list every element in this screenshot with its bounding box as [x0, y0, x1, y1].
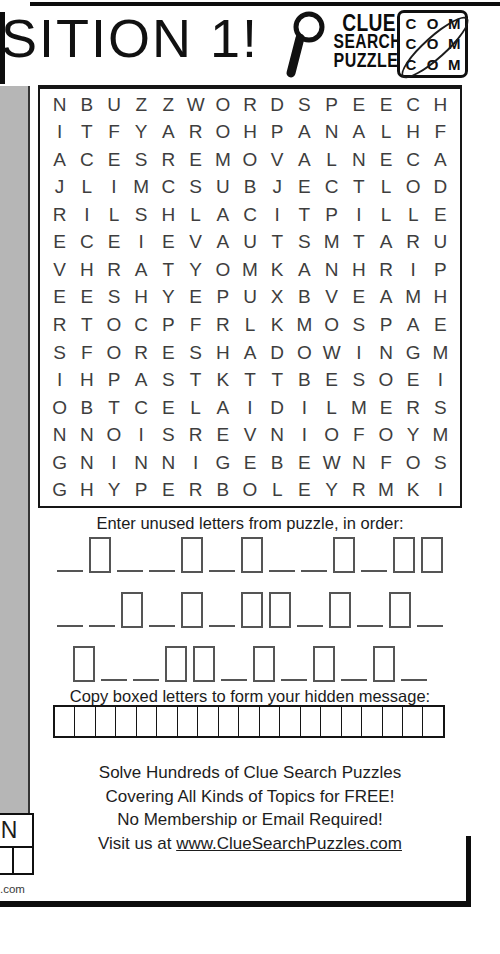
grid-cell[interactable]: T: [100, 394, 127, 422]
hidden-message-cell[interactable]: [280, 707, 300, 736]
grid-cell[interactable]: A: [291, 146, 318, 174]
grid-cell[interactable]: H: [345, 256, 372, 284]
grid-cell[interactable]: C: [73, 229, 100, 257]
grid-cell[interactable]: P: [209, 284, 236, 312]
unused-letters-row-3: [38, 645, 462, 682]
boxed-letter-slot[interactable]: [421, 537, 443, 573]
grid-cell[interactable]: E: [291, 449, 318, 477]
grid-cell[interactable]: I: [291, 394, 318, 422]
grid-cell[interactable]: L: [73, 174, 100, 202]
grid-cell[interactable]: A: [128, 256, 155, 284]
blank-letter-slot[interactable]: [301, 570, 327, 572]
grid-cell[interactable]: P: [372, 311, 399, 339]
grid-cell[interactable]: L: [372, 174, 399, 202]
grid-cell[interactable]: R: [182, 119, 209, 147]
grid-cell[interactable]: K: [400, 476, 427, 504]
grid-cell[interactable]: O: [400, 449, 427, 477]
grid-cell[interactable]: N: [46, 421, 73, 449]
grid-cell[interactable]: P: [427, 256, 454, 284]
grid-cell[interactable]: Y: [128, 119, 155, 147]
grid-cell[interactable]: C: [236, 201, 263, 229]
grid-cell[interactable]: K: [209, 366, 236, 394]
grid-cell[interactable]: N: [73, 421, 100, 449]
grid-cell[interactable]: O: [209, 119, 236, 147]
grid-cell[interactable]: L: [372, 201, 399, 229]
grid-cell[interactable]: G: [209, 449, 236, 477]
grid-cell[interactable]: T: [155, 256, 182, 284]
grid-cell[interactable]: F: [182, 311, 209, 339]
hidden-message-cell[interactable]: [342, 707, 362, 736]
grid-cell[interactable]: E: [100, 229, 127, 257]
grid-cell[interactable]: I: [46, 366, 73, 394]
hidden-message-cell[interactable]: [260, 707, 280, 736]
grid-cell[interactable]: O: [236, 476, 263, 504]
grid-cell[interactable]: T: [264, 366, 291, 394]
grid-cell[interactable]: I: [427, 476, 454, 504]
grid-cell[interactable]: S: [427, 394, 454, 422]
grid-cell[interactable]: A: [209, 201, 236, 229]
grid-cell[interactable]: A: [209, 394, 236, 422]
logo-wordmark: CLUE SEARCH PUZZLES.: [334, 12, 396, 71]
grid-cell[interactable]: Z: [155, 91, 182, 119]
grid-cell[interactable]: I: [46, 119, 73, 147]
grid-cell[interactable]: R: [46, 201, 73, 229]
grid-cell[interactable]: I: [345, 339, 372, 367]
boxed-letter-slot[interactable]: [389, 592, 411, 628]
grid-cell[interactable]: J: [264, 174, 291, 202]
grid-cell[interactable]: M: [400, 284, 427, 312]
grid-cell[interactable]: L: [236, 311, 263, 339]
grid-cell[interactable]: L: [318, 146, 345, 174]
grid-cell[interactable]: F: [427, 119, 454, 147]
boxed-letter-slot[interactable]: [393, 537, 415, 573]
grid-cell[interactable]: I: [128, 229, 155, 257]
grid-cell[interactable]: H: [427, 284, 454, 312]
grid-cell[interactable]: J: [46, 174, 73, 202]
grid-cell[interactable]: R: [128, 339, 155, 367]
grid-cell[interactable]: E: [46, 284, 73, 312]
blank-letter-slot[interactable]: [341, 679, 367, 681]
grid-cell[interactable]: I: [73, 201, 100, 229]
grid-cell[interactable]: N: [46, 91, 73, 119]
grid-cell[interactable]: A: [427, 146, 454, 174]
page-title: SITION 1!: [1, 11, 259, 65]
grid-cell[interactable]: A: [155, 119, 182, 147]
grid-cell[interactable]: U: [100, 91, 127, 119]
grid-cell[interactable]: S: [128, 201, 155, 229]
boxed-letter-slot[interactable]: [121, 592, 143, 628]
grid-cell[interactable]: I: [236, 394, 263, 422]
grid-cell[interactable]: N: [345, 146, 372, 174]
grid-cell[interactable]: E: [155, 339, 182, 367]
grid-cell[interactable]: V: [318, 284, 345, 312]
grid-cell[interactable]: F: [73, 339, 100, 367]
grid-cell[interactable]: U: [236, 229, 263, 257]
grid-cell[interactable]: H: [155, 201, 182, 229]
grid-cell[interactable]: M: [209, 146, 236, 174]
grid-cell[interactable]: O: [372, 421, 399, 449]
boxed-letter-slot[interactable]: [373, 646, 395, 682]
grid-cell[interactable]: O: [318, 311, 345, 339]
grid-cell[interactable]: P: [128, 476, 155, 504]
grid-cell[interactable]: Y: [182, 256, 209, 284]
grid-cell[interactable]: E: [209, 421, 236, 449]
grid-cell[interactable]: H: [209, 339, 236, 367]
logo-com-letter: M: [443, 54, 465, 75]
grid-cell[interactable]: N: [73, 449, 100, 477]
grid-cell[interactable]: O: [46, 394, 73, 422]
grid-cell[interactable]: M: [128, 174, 155, 202]
logo-line-search: SEARCH: [334, 33, 396, 50]
grid-cell[interactable]: M: [372, 476, 399, 504]
grid-cell[interactable]: T: [73, 311, 100, 339]
blank-letter-slot[interactable]: [89, 625, 115, 627]
grid-cell[interactable]: A: [209, 229, 236, 257]
grid-cell[interactable]: L: [318, 394, 345, 422]
grid-cell[interactable]: A: [372, 284, 399, 312]
grid-cell[interactable]: A: [291, 256, 318, 284]
grid-cell[interactable]: E: [372, 146, 399, 174]
grid-cell[interactable]: V: [264, 146, 291, 174]
grid-cell[interactable]: L: [372, 119, 399, 147]
logo-com-letter: C: [400, 13, 422, 34]
hidden-message-cell[interactable]: [116, 707, 136, 736]
grid-cell[interactable]: C: [318, 174, 345, 202]
grid-cell[interactable]: O: [318, 421, 345, 449]
boxed-letter-slot[interactable]: [329, 592, 351, 628]
grid-cell[interactable]: T: [182, 366, 209, 394]
grid-cell[interactable]: B: [73, 91, 100, 119]
grid-cell[interactable]: A: [291, 119, 318, 147]
boxed-letter-slot[interactable]: [165, 646, 187, 682]
grid-cell[interactable]: X: [264, 284, 291, 312]
grid-cell[interactable]: M: [427, 421, 454, 449]
grid-cell[interactable]: D: [427, 174, 454, 202]
grid-cell[interactable]: E: [236, 449, 263, 477]
grid-cell[interactable]: M: [427, 339, 454, 367]
grid-cell[interactable]: S: [46, 339, 73, 367]
grid-cell[interactable]: R: [345, 476, 372, 504]
hidden-message-strip: [53, 705, 445, 738]
grid-cell[interactable]: I: [427, 366, 454, 394]
grid-cell[interactable]: H: [128, 284, 155, 312]
grid-cell[interactable]: G: [46, 449, 73, 477]
grid-cell[interactable]: E: [100, 146, 127, 174]
blank-letter-slot[interactable]: [101, 679, 127, 681]
grid-cell[interactable]: M: [345, 394, 372, 422]
grid-cell[interactable]: N: [128, 449, 155, 477]
grid-cell[interactable]: H: [400, 119, 427, 147]
hidden-message-cell[interactable]: [75, 707, 95, 736]
grid-cell[interactable]: B: [291, 366, 318, 394]
blank-letter-slot[interactable]: [209, 570, 235, 572]
boxed-letter-slot[interactable]: [253, 646, 275, 682]
grid-cell[interactable]: O: [100, 339, 127, 367]
hidden-message-cell[interactable]: [55, 707, 75, 736]
grid-cell[interactable]: Y: [100, 476, 127, 504]
grid-cell[interactable]: U: [209, 174, 236, 202]
grid-cell[interactable]: L: [100, 201, 127, 229]
grid-cell[interactable]: I: [264, 201, 291, 229]
grid-cell[interactable]: R: [182, 421, 209, 449]
grid-cell[interactable]: S: [155, 421, 182, 449]
blank-letter-slot[interactable]: [281, 679, 307, 681]
grid-cell[interactable]: L: [182, 201, 209, 229]
grid-cell[interactable]: R: [400, 394, 427, 422]
grid-cell[interactable]: Y: [318, 476, 345, 504]
grid-cell[interactable]: S: [155, 366, 182, 394]
grid-cell[interactable]: H: [73, 476, 100, 504]
blank-letter-slot[interactable]: [149, 570, 175, 572]
grid-cell[interactable]: W: [318, 449, 345, 477]
grid-cell[interactable]: P: [318, 201, 345, 229]
grid-cell[interactable]: T: [264, 229, 291, 257]
grid-cell[interactable]: E: [400, 366, 427, 394]
grid-cell[interactable]: T: [73, 119, 100, 147]
grid-cell[interactable]: E: [155, 229, 182, 257]
grid-cell[interactable]: Y: [155, 284, 182, 312]
boxed-letter-slot[interactable]: [269, 592, 291, 628]
grid-cell[interactable]: O: [291, 339, 318, 367]
grid-cell[interactable]: O: [209, 256, 236, 284]
blank-letter-slot[interactable]: [357, 625, 383, 627]
hidden-message-cell[interactable]: [362, 707, 382, 736]
grid-cell[interactable]: U: [236, 284, 263, 312]
grid-cell[interactable]: L: [400, 201, 427, 229]
grid-cell[interactable]: A: [400, 311, 427, 339]
grid-cell[interactable]: G: [46, 476, 73, 504]
grid-cell[interactable]: S: [182, 339, 209, 367]
blank-letter-slot[interactable]: [133, 679, 159, 681]
grid-cell[interactable]: T: [236, 366, 263, 394]
blank-letter-slot[interactable]: [269, 570, 295, 572]
grid-cell[interactable]: I: [128, 421, 155, 449]
hidden-message-cell[interactable]: [157, 707, 177, 736]
grid-cell[interactable]: M: [291, 311, 318, 339]
grid-cell[interactable]: R: [400, 229, 427, 257]
hidden-message-cell[interactable]: [403, 707, 423, 736]
hidden-message-cell[interactable]: [96, 707, 116, 736]
grid-cell[interactable]: F: [372, 449, 399, 477]
promo-line: Solve Hundreds of Clue Search Puzzles: [38, 761, 462, 785]
boxed-letter-slot[interactable]: [181, 592, 203, 628]
unused-letters-row-2: [38, 591, 462, 628]
grid-cell[interactable]: O: [236, 146, 263, 174]
grid-cell[interactable]: K: [264, 311, 291, 339]
blank-letter-slot[interactable]: [57, 625, 83, 627]
grid-cell[interactable]: M: [236, 256, 263, 284]
grid-cell[interactable]: O: [100, 311, 127, 339]
grid-cell[interactable]: S: [291, 91, 318, 119]
boxed-letter-slot[interactable]: [89, 537, 111, 573]
grid-cell[interactable]: C: [128, 311, 155, 339]
grid-cell[interactable]: E: [182, 284, 209, 312]
grid-cell[interactable]: T: [345, 174, 372, 202]
grid-cell[interactable]: R: [155, 146, 182, 174]
blank-letter-slot[interactable]: [417, 625, 443, 627]
grid-cell[interactable]: H: [236, 119, 263, 147]
grid-cell[interactable]: H: [73, 366, 100, 394]
grid-cell[interactable]: F: [345, 421, 372, 449]
grid-cell[interactable]: O: [100, 421, 127, 449]
hidden-message-cell[interactable]: [178, 707, 198, 736]
hidden-message-cell[interactable]: [423, 707, 442, 736]
grid-cell[interactable]: P: [155, 311, 182, 339]
blank-letter-slot[interactable]: [297, 625, 323, 627]
grid-cell[interactable]: B: [73, 394, 100, 422]
blank-letter-slot[interactable]: [57, 570, 83, 572]
grid-cell[interactable]: T: [291, 201, 318, 229]
grid-cell[interactable]: N: [345, 449, 372, 477]
grid-cell[interactable]: F: [100, 119, 127, 147]
grid-cell[interactable]: E: [155, 476, 182, 504]
grid-cell[interactable]: N: [318, 119, 345, 147]
grid-cell[interactable]: R: [236, 91, 263, 119]
grid-cell[interactable]: E: [372, 91, 399, 119]
grid-cell[interactable]: E: [345, 284, 372, 312]
grid-cell[interactable]: N: [155, 449, 182, 477]
grid-cell[interactable]: O: [209, 91, 236, 119]
boxed-letter-slot[interactable]: [181, 537, 203, 573]
grid-cell[interactable]: S: [128, 146, 155, 174]
grid-cell[interactable]: L: [264, 476, 291, 504]
boxed-letter-slot[interactable]: [241, 537, 263, 573]
grid-cell[interactable]: E: [318, 366, 345, 394]
grid-cell[interactable]: C: [155, 174, 182, 202]
grid-cell[interactable]: Z: [128, 91, 155, 119]
grid-cell[interactable]: M: [318, 229, 345, 257]
boxed-letter-slot[interactable]: [241, 592, 263, 628]
blank-letter-slot[interactable]: [221, 679, 247, 681]
grid-cell[interactable]: L: [182, 394, 209, 422]
grid-cell[interactable]: D: [264, 394, 291, 422]
grid-cell[interactable]: I: [291, 421, 318, 449]
grid-cell[interactable]: D: [264, 339, 291, 367]
grid-cell[interactable]: A: [345, 119, 372, 147]
grid-cell[interactable]: P: [318, 91, 345, 119]
grid-cell[interactable]: B: [291, 284, 318, 312]
grid-cell[interactable]: S: [182, 174, 209, 202]
grid-cell[interactable]: N: [318, 256, 345, 284]
grid-cell[interactable]: E: [155, 394, 182, 422]
grid-cell[interactable]: A: [236, 339, 263, 367]
boxed-letter-slot[interactable]: [73, 646, 95, 682]
hidden-message-cell[interactable]: [137, 707, 157, 736]
grid-cell[interactable]: E: [291, 476, 318, 504]
grid-cell[interactable]: E: [427, 311, 454, 339]
grid-cell[interactable]: P: [264, 119, 291, 147]
adjacent-answer-letter: N: [1, 817, 18, 844]
grid-cell[interactable]: B: [236, 174, 263, 202]
word-search-grid: NBUZZWORDSPEECHITFYAROHPANALHFACESREMOVA…: [38, 85, 462, 508]
grid-cell[interactable]: E: [46, 229, 73, 257]
grid-cell[interactable]: W: [318, 339, 345, 367]
grid-cell[interactable]: C: [128, 394, 155, 422]
hidden-message-cell[interactable]: [301, 707, 321, 736]
grid-cell[interactable]: A: [128, 366, 155, 394]
grid-cell[interactable]: I: [182, 449, 209, 477]
grid-cell[interactable]: C: [73, 146, 100, 174]
grid-cell[interactable]: R: [46, 311, 73, 339]
grid-cell[interactable]: I: [400, 256, 427, 284]
hidden-message-cell[interactable]: [198, 707, 218, 736]
grid-cell[interactable]: S: [345, 311, 372, 339]
grid-cell[interactable]: B: [264, 449, 291, 477]
logo-com-minigrid: COMCOMCOM: [397, 10, 468, 78]
grid-cell[interactable]: B: [209, 476, 236, 504]
page-bottom-border: [0, 901, 471, 907]
grid-cell[interactable]: S: [291, 229, 318, 257]
unused-letters-row-1: [38, 536, 462, 573]
grid-cell[interactable]: W: [182, 91, 209, 119]
grid-cell[interactable]: Y: [400, 421, 427, 449]
blank-letter-slot[interactable]: [361, 570, 387, 572]
boxed-letter-slot[interactable]: [313, 646, 335, 682]
blank-letter-slot[interactable]: [209, 625, 235, 627]
grid-cell[interactable]: E: [427, 201, 454, 229]
grid-cell[interactable]: H: [427, 91, 454, 119]
grid-cell[interactable]: N: [372, 339, 399, 367]
grid-cell[interactable]: E: [345, 91, 372, 119]
grid-cell[interactable]: O: [400, 174, 427, 202]
grid-cell[interactable]: P: [100, 366, 127, 394]
grid-cell[interactable]: R: [372, 256, 399, 284]
boxed-letter-slot[interactable]: [333, 537, 355, 573]
grid-cell[interactable]: I: [100, 174, 127, 202]
blank-letter-slot[interactable]: [117, 570, 143, 572]
grid-cell[interactable]: E: [182, 146, 209, 174]
grid-cell[interactable]: N: [264, 421, 291, 449]
hidden-message-cell[interactable]: [383, 707, 403, 736]
grid-cell[interactable]: A: [372, 229, 399, 257]
grid-cell[interactable]: S: [427, 449, 454, 477]
hidden-message-cell[interactable]: [239, 707, 259, 736]
grid-cell[interactable]: C: [400, 146, 427, 174]
grid-cell[interactable]: I: [345, 201, 372, 229]
grid-cell[interactable]: R: [182, 476, 209, 504]
grid-cell[interactable]: D: [264, 91, 291, 119]
grid-cell[interactable]: K: [264, 256, 291, 284]
grid-cell[interactable]: V: [46, 256, 73, 284]
promo-line: No Membership or Email Required!: [38, 808, 462, 832]
hidden-message-cell[interactable]: [219, 707, 239, 736]
grid-cell[interactable]: S: [100, 284, 127, 312]
adjacent-url-fragment: .com: [0, 883, 25, 895]
grid-cell[interactable]: S: [345, 366, 372, 394]
grid-cell[interactable]: R: [100, 256, 127, 284]
grid-cell[interactable]: E: [73, 284, 100, 312]
blank-letter-slot[interactable]: [401, 679, 427, 681]
grid-cell[interactable]: E: [372, 394, 399, 422]
grid-cell[interactable]: C: [400, 91, 427, 119]
grid-cell[interactable]: R: [209, 311, 236, 339]
website-link[interactable]: www.ClueSearchPuzzles.com: [176, 834, 402, 853]
grid-cell[interactable]: V: [182, 229, 209, 257]
promo-block: Solve Hundreds of Clue Search PuzzlesCov…: [38, 761, 462, 855]
grid-cell[interactable]: I: [100, 449, 127, 477]
boxed-letter-slot[interactable]: [193, 646, 215, 682]
grid-cell[interactable]: O: [372, 366, 399, 394]
grid-cell[interactable]: H: [73, 256, 100, 284]
grid-cell[interactable]: V: [236, 421, 263, 449]
grid-cell[interactable]: G: [400, 339, 427, 367]
blank-letter-slot[interactable]: [149, 625, 175, 627]
grid-cell[interactable]: E: [291, 174, 318, 202]
grid-cell[interactable]: A: [46, 146, 73, 174]
grid-cell[interactable]: U: [427, 229, 454, 257]
grid-cell[interactable]: T: [345, 229, 372, 257]
hidden-message-cell[interactable]: [321, 707, 341, 736]
